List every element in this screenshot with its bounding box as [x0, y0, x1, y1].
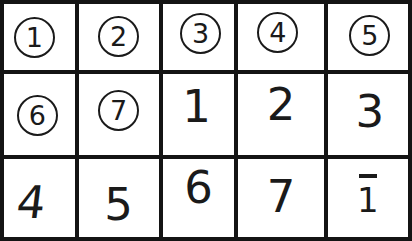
cell-r2c4: 2 [238, 74, 327, 159]
cell-r1c3: 3 [163, 4, 239, 74]
cell-glyph: 5 [104, 182, 133, 227]
cell-r2c2: 7 [79, 74, 163, 159]
cell-r2c5: 3 [328, 74, 408, 159]
cell-r3c5: 1 [328, 159, 408, 237]
cell-glyph: 7 [98, 90, 139, 131]
cell-glyph: 2 [98, 16, 139, 57]
cell-r2c3: 1 [163, 74, 239, 159]
cell-glyph: 4 [14, 180, 48, 225]
cell-r3c3: 6 [163, 159, 239, 237]
cell-glyph: 7 [267, 174, 296, 219]
cell-glyph: 1 [182, 84, 211, 129]
cell-glyph: 6 [17, 95, 58, 136]
cell-r2c1: 6 [4, 74, 79, 159]
cell-glyph: 3 [180, 13, 221, 54]
cell-r3c1: 4 [4, 159, 79, 237]
cell-glyph: 6 [184, 165, 213, 210]
cell-glyph: 5 [349, 15, 390, 56]
cell-r1c2: 2 [79, 4, 163, 74]
cell-r3c4: 7 [238, 159, 327, 237]
cell-r3c2: 5 [79, 159, 163, 237]
cell-glyph: 3 [355, 89, 384, 134]
cell-glyph: 4 [257, 12, 298, 53]
cell-glyph: 2 [267, 82, 296, 127]
cell-glyph: 1 [14, 17, 55, 58]
puzzle-grid: 1 2 3 4 5 6 7 1 2 3 4 5 6 7 1 [0, 0, 412, 241]
cell-r1c1: 1 [4, 4, 79, 74]
cell-r1c4: 4 [238, 4, 327, 74]
cell-r1c5: 5 [328, 4, 408, 74]
cell-glyph: 1 [357, 174, 379, 217]
